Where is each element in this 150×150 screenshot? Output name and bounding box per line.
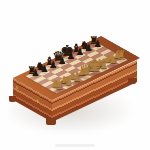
brass-latch-icon <box>16 85 18 90</box>
brass-latch-icon <box>37 98 39 103</box>
chess-set-product-photo: ♜♞♝♛♚♝♞♜♟♟♟♟♟♟♟♟♟♟♟♟♟♟♟♟♜♞♝♛♚♝♞♜ <box>0 0 150 150</box>
box-foot <box>9 96 16 102</box>
box-foot <box>128 78 136 84</box>
watermark <box>55 144 95 147</box>
box-foot <box>46 118 56 125</box>
